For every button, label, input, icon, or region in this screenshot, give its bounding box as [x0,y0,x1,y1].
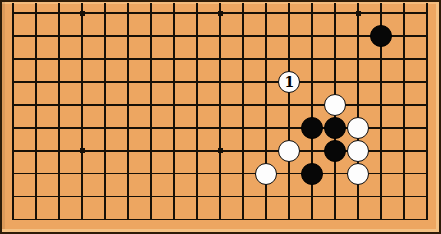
black-stone [301,163,323,185]
star-point [218,148,223,153]
stone-layer: 1 [2,2,439,231]
black-stone [370,25,392,47]
white-stone [347,117,369,139]
black-stone [301,117,323,139]
move-number-label: 1 [284,75,294,89]
star-point [80,11,85,16]
go-board: 1 [0,0,441,234]
black-stone [324,117,346,139]
star-point [218,11,223,16]
black-stone [324,140,346,162]
white-stone [255,163,277,185]
white-stone-move-1: 1 [278,71,300,93]
white-stone [324,94,346,116]
star-point [80,148,85,153]
white-stone [278,140,300,162]
white-stone [347,140,369,162]
star-point [356,11,361,16]
white-stone [347,163,369,185]
